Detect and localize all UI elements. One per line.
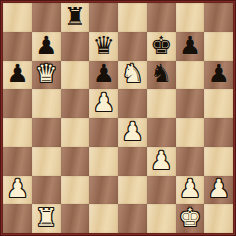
white-pawn-f3: ♟ — [150, 148, 172, 173]
square-b7[interactable]: ♟ — [32, 32, 61, 61]
black-pawn-b7: ♟ — [35, 33, 57, 58]
white-pawn-h2: ♟ — [207, 176, 229, 201]
square-f2[interactable] — [147, 176, 176, 205]
square-a3[interactable] — [3, 147, 32, 176]
white-pawn-a2: ♟ — [6, 176, 28, 201]
black-rook-c8: ♜ — [64, 4, 86, 29]
square-f1[interactable] — [147, 204, 176, 233]
black-knight-f6: ♞ — [150, 61, 172, 86]
square-g3[interactable] — [176, 147, 205, 176]
square-b5[interactable] — [32, 89, 61, 118]
square-d2[interactable] — [89, 176, 118, 205]
square-f3[interactable]: ♟ — [147, 147, 176, 176]
square-h8[interactable] — [204, 3, 233, 32]
square-e1[interactable] — [118, 204, 147, 233]
square-d3[interactable] — [89, 147, 118, 176]
square-f5[interactable] — [147, 89, 176, 118]
square-e2[interactable] — [118, 176, 147, 205]
white-queen-b6: ♛ — [35, 61, 57, 86]
square-h3[interactable] — [204, 147, 233, 176]
square-h7[interactable] — [204, 32, 233, 61]
square-g2[interactable]: ♟ — [176, 176, 205, 205]
square-e7[interactable] — [118, 32, 147, 61]
square-g6[interactable] — [176, 61, 205, 90]
square-c7[interactable] — [61, 32, 90, 61]
square-g1[interactable]: ♚ — [176, 204, 205, 233]
square-d5[interactable]: ♟ — [89, 89, 118, 118]
square-e4[interactable]: ♟ — [118, 118, 147, 147]
square-g5[interactable] — [176, 89, 205, 118]
square-a7[interactable] — [3, 32, 32, 61]
square-g8[interactable] — [176, 3, 205, 32]
square-c4[interactable] — [61, 118, 90, 147]
square-d7[interactable]: ♛ — [89, 32, 118, 61]
square-h5[interactable] — [204, 89, 233, 118]
black-pawn-a6: ♟ — [6, 61, 28, 86]
square-f4[interactable] — [147, 118, 176, 147]
white-pawn-d5: ♟ — [92, 90, 114, 115]
square-f8[interactable] — [147, 3, 176, 32]
square-c2[interactable] — [61, 176, 90, 205]
square-d1[interactable] — [89, 204, 118, 233]
square-a1[interactable] — [3, 204, 32, 233]
white-pawn-e4: ♟ — [121, 119, 143, 144]
black-pawn-h6: ♟ — [207, 61, 229, 86]
square-d6[interactable]: ♟ — [89, 61, 118, 90]
square-h2[interactable]: ♟ — [204, 176, 233, 205]
white-king-g1: ♚ — [179, 205, 201, 230]
square-h6[interactable]: ♟ — [204, 61, 233, 90]
white-pawn-g2: ♟ — [179, 176, 201, 201]
square-e3[interactable] — [118, 147, 147, 176]
square-h4[interactable] — [204, 118, 233, 147]
square-b4[interactable] — [32, 118, 61, 147]
black-pawn-d6: ♟ — [92, 61, 114, 86]
black-queen-d7: ♛ — [92, 33, 114, 58]
square-b8[interactable] — [32, 3, 61, 32]
square-a6[interactable]: ♟ — [3, 61, 32, 90]
square-c1[interactable] — [61, 204, 90, 233]
chess-board: ♜♟♛♚♟♟♛♟♞♞♟♟♟♟♟♟♟♜♚ — [3, 3, 233, 233]
square-c6[interactable] — [61, 61, 90, 90]
square-d4[interactable] — [89, 118, 118, 147]
square-e8[interactable] — [118, 3, 147, 32]
square-f6[interactable]: ♞ — [147, 61, 176, 90]
square-b1[interactable]: ♜ — [32, 204, 61, 233]
square-g7[interactable]: ♟ — [176, 32, 205, 61]
white-rook-b1: ♜ — [35, 205, 57, 230]
square-b3[interactable] — [32, 147, 61, 176]
square-d8[interactable] — [89, 3, 118, 32]
square-c3[interactable] — [61, 147, 90, 176]
black-pawn-g7: ♟ — [179, 33, 201, 58]
square-a8[interactable] — [3, 3, 32, 32]
square-a4[interactable] — [3, 118, 32, 147]
square-e5[interactable] — [118, 89, 147, 118]
square-h1[interactable] — [204, 204, 233, 233]
black-king-f7: ♚ — [150, 33, 172, 58]
square-c8[interactable]: ♜ — [61, 3, 90, 32]
square-b6[interactable]: ♛ — [32, 61, 61, 90]
square-c5[interactable] — [61, 89, 90, 118]
chess-board-frame: ♜♟♛♚♟♟♛♟♞♞♟♟♟♟♟♟♟♜♚ — [0, 0, 236, 236]
square-a5[interactable] — [3, 89, 32, 118]
square-a2[interactable]: ♟ — [3, 176, 32, 205]
square-g4[interactable] — [176, 118, 205, 147]
square-e6[interactable]: ♞ — [118, 61, 147, 90]
square-b2[interactable] — [32, 176, 61, 205]
square-f7[interactable]: ♚ — [147, 32, 176, 61]
white-knight-e6: ♞ — [121, 61, 143, 86]
